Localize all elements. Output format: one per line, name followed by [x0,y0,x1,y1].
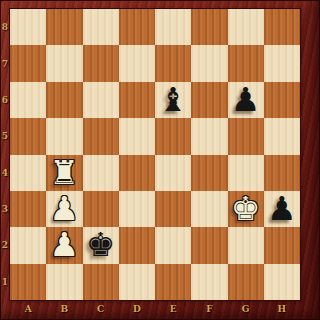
white-rook-icon[interactable]: ♜ [50,155,80,191]
square-a2[interactable] [10,227,46,263]
square-a6[interactable] [10,82,46,118]
black-pawn-icon[interactable]: ♟ [231,82,261,118]
square-g1[interactable] [228,264,264,300]
square-h7[interactable] [264,45,300,81]
square-f2[interactable] [191,227,227,263]
square-c7[interactable] [83,45,119,81]
square-h8[interactable] [264,9,300,45]
square-b2[interactable]: ♟ [46,227,82,263]
square-a4[interactable] [10,155,46,191]
square-b4[interactable]: ♜ [46,155,82,191]
square-g7[interactable] [228,45,264,81]
square-f8[interactable] [191,9,227,45]
square-d3[interactable] [119,191,155,227]
file-label-b: B [46,300,82,317]
square-h4[interactable] [264,155,300,191]
file-label-f: F [191,300,227,317]
square-d8[interactable] [119,9,155,45]
square-a7[interactable] [10,45,46,81]
square-g8[interactable] [228,9,264,45]
file-label-d: D [119,300,155,317]
file-label-e: E [155,300,191,317]
square-c3[interactable] [83,191,119,227]
square-g6[interactable]: ♟ [228,82,264,118]
chess-diagram: ♝♟♜♟♚♟♟♚ 8 7 6 5 4 3 2 1 A B C D E F G H [0,0,320,320]
square-b3[interactable]: ♟ [46,191,82,227]
square-a1[interactable] [10,264,46,300]
square-e5[interactable] [155,118,191,154]
black-bishop-icon[interactable]: ♝ [158,82,188,118]
square-b5[interactable] [46,118,82,154]
white-king-icon[interactable]: ♚ [231,191,261,227]
square-f7[interactable] [191,45,227,81]
file-label-c: C [83,300,119,317]
square-h6[interactable] [264,82,300,118]
file-label-a: A [10,300,46,317]
square-c4[interactable] [83,155,119,191]
rank-label-8: 8 [0,9,10,45]
rank-label-4: 4 [0,155,10,191]
square-f1[interactable] [191,264,227,300]
square-d7[interactable] [119,45,155,81]
square-e8[interactable] [155,9,191,45]
file-label-h: H [264,300,300,317]
rank-label-3: 3 [0,191,10,227]
square-h2[interactable] [264,227,300,263]
square-e7[interactable] [155,45,191,81]
white-pawn-icon[interactable]: ♟ [50,227,80,263]
square-f6[interactable] [191,82,227,118]
square-g5[interactable] [228,118,264,154]
square-a8[interactable] [10,9,46,45]
square-d2[interactable] [119,227,155,263]
square-e4[interactable] [155,155,191,191]
rank-label-6: 6 [0,82,10,118]
square-g2[interactable] [228,227,264,263]
square-c2[interactable]: ♚ [83,227,119,263]
square-b8[interactable] [46,9,82,45]
square-d4[interactable] [119,155,155,191]
black-king-icon[interactable]: ♚ [86,227,116,263]
square-a3[interactable] [10,191,46,227]
square-c1[interactable] [83,264,119,300]
rank-label-5: 5 [0,118,10,154]
square-c6[interactable] [83,82,119,118]
square-d1[interactable] [119,264,155,300]
square-h5[interactable] [264,118,300,154]
rank-label-7: 7 [0,45,10,81]
rank-label-1: 1 [0,264,10,300]
rank-label-2: 2 [0,227,10,263]
square-c8[interactable] [83,9,119,45]
square-f4[interactable] [191,155,227,191]
square-e2[interactable] [155,227,191,263]
square-b7[interactable] [46,45,82,81]
rank-labels: 8 7 6 5 4 3 2 1 [0,9,10,300]
square-e1[interactable] [155,264,191,300]
square-g4[interactable] [228,155,264,191]
square-b1[interactable] [46,264,82,300]
square-a5[interactable] [10,118,46,154]
square-g3[interactable]: ♚ [228,191,264,227]
square-d6[interactable] [119,82,155,118]
square-e3[interactable] [155,191,191,227]
square-e6[interactable]: ♝ [155,82,191,118]
square-f5[interactable] [191,118,227,154]
white-pawn-icon[interactable]: ♟ [50,191,80,227]
file-label-g: G [228,300,264,317]
board: ♝♟♜♟♚♟♟♚ [10,9,300,300]
file-labels: A B C D E F G H [10,300,300,317]
square-c5[interactable] [83,118,119,154]
square-b6[interactable] [46,82,82,118]
square-d5[interactable] [119,118,155,154]
square-h3[interactable]: ♟ [264,191,300,227]
square-h1[interactable] [264,264,300,300]
black-pawn-icon[interactable]: ♟ [267,191,297,227]
square-f3[interactable] [191,191,227,227]
